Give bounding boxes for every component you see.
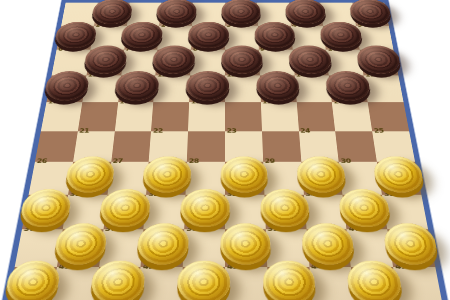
square-label-5: 5 [357, 23, 362, 27]
square-label-30: 30 [340, 158, 351, 164]
square-label-27: 27 [112, 158, 123, 164]
square-33[interactable]: 33 [225, 162, 264, 195]
square-label-13: 13 [227, 72, 236, 77]
light-square-r10c6 [225, 267, 269, 300]
scene: 1234567891011121314151617181920212223242… [0, 0, 450, 300]
square-label-36: 36 [23, 226, 35, 233]
dark-man-12[interactable] [152, 46, 195, 74]
square-8[interactable]: 8 [191, 25, 225, 49]
square-28[interactable]: 28 [187, 131, 225, 162]
square-16[interactable]: 16 [46, 75, 86, 102]
square-21[interactable]: 21 [78, 102, 118, 131]
square-label-7: 7 [125, 47, 130, 52]
square-46[interactable]: 46 [7, 267, 57, 300]
light-man-33[interactable] [221, 157, 269, 193]
dark-man-4[interactable] [285, 0, 327, 24]
square-label-11: 11 [88, 72, 98, 77]
square-36[interactable]: 36 [22, 194, 68, 229]
square-31[interactable]: 31 [68, 162, 111, 195]
square-29[interactable]: 29 [262, 131, 301, 162]
square-label-24: 24 [300, 128, 310, 134]
square-27[interactable]: 27 [111, 131, 151, 162]
light-square-r5c3 [115, 102, 154, 131]
square-label-43: 43 [227, 263, 238, 270]
light-square-r10c4 [138, 267, 183, 300]
square-label-3: 3 [226, 23, 230, 27]
square-6[interactable]: 6 [57, 25, 94, 49]
square-7[interactable]: 7 [124, 25, 160, 49]
light-square-r10c10 [393, 267, 443, 300]
square-13[interactable]: 13 [225, 50, 260, 76]
square-35[interactable]: 35 [377, 162, 421, 195]
square-32[interactable]: 32 [146, 162, 187, 195]
square-label-22: 22 [153, 128, 163, 134]
square-19[interactable]: 19 [260, 75, 297, 102]
square-label-41: 41 [58, 263, 70, 270]
square-1[interactable]: 1 [94, 3, 129, 26]
light-man-35[interactable] [372, 157, 425, 193]
square-label-21: 21 [79, 128, 90, 134]
square-label-4: 4 [292, 23, 297, 27]
square-label-19: 19 [262, 99, 272, 104]
square-9[interactable]: 9 [258, 25, 293, 49]
square-34[interactable]: 34 [301, 162, 343, 195]
light-square-r5c5 [188, 102, 225, 131]
square-label-20: 20 [333, 99, 343, 104]
light-square-r5c9 [332, 102, 372, 131]
square-label-8: 8 [193, 47, 198, 52]
light-man-48[interactable] [177, 260, 230, 300]
square-30[interactable]: 30 [335, 131, 377, 162]
dark-man-5[interactable] [348, 0, 392, 24]
square-18[interactable]: 18 [189, 75, 225, 102]
dark-man-9[interactable] [254, 22, 296, 48]
light-man-42[interactable] [136, 224, 189, 265]
square-26[interactable]: 26 [35, 131, 78, 162]
square-label-42: 42 [143, 263, 155, 270]
square-label-10: 10 [327, 47, 336, 52]
square-12[interactable]: 12 [156, 50, 192, 76]
square-label-28: 28 [189, 158, 199, 164]
square-label-29: 29 [265, 158, 275, 164]
square-label-9: 9 [260, 47, 265, 52]
dark-man-7[interactable] [120, 22, 163, 48]
square-45[interactable]: 45 [387, 229, 435, 266]
square-label-45: 45 [395, 263, 407, 270]
dark-man-8[interactable] [188, 22, 229, 48]
square-label-40: 40 [348, 226, 360, 233]
dark-man-3[interactable] [221, 0, 261, 24]
light-square-r5c1 [41, 102, 82, 131]
dark-man-15[interactable] [355, 46, 401, 74]
square-49[interactable]: 49 [267, 267, 312, 300]
square-4[interactable]: 4 [289, 3, 324, 26]
square-38[interactable]: 38 [184, 194, 225, 229]
square-label-44: 44 [311, 263, 323, 270]
dark-man-17[interactable] [114, 71, 160, 101]
square-label-38: 38 [186, 226, 197, 233]
light-square-r4c6 [225, 75, 261, 102]
square-label-17: 17 [119, 99, 129, 104]
square-24[interactable]: 24 [296, 102, 335, 131]
square-label-37: 37 [105, 226, 116, 233]
square-5[interactable]: 5 [352, 3, 388, 26]
dark-man-2[interactable] [156, 0, 197, 24]
square-label-2: 2 [161, 23, 166, 27]
square-23[interactable]: 23 [225, 102, 262, 131]
square-label-33: 33 [227, 191, 237, 197]
square-label-34: 34 [305, 191, 316, 197]
square-43[interactable]: 43 [225, 229, 267, 266]
square-17[interactable]: 17 [118, 75, 156, 102]
dark-man-18[interactable] [185, 71, 228, 101]
square-39[interactable]: 39 [264, 194, 306, 229]
square-47[interactable]: 47 [94, 267, 141, 300]
square-label-14: 14 [296, 72, 306, 77]
square-15[interactable]: 15 [360, 50, 399, 76]
square-label-25: 25 [373, 128, 384, 134]
light-man-47[interactable] [90, 260, 146, 300]
square-label-12: 12 [157, 72, 166, 77]
light-square-r5c7 [261, 102, 299, 131]
square-label-35: 35 [383, 191, 394, 197]
square-40[interactable]: 40 [343, 194, 388, 229]
square-label-31: 31 [69, 191, 80, 197]
square-25[interactable]: 25 [368, 102, 409, 131]
draughts-board: 1234567891011121314151617181920212223242… [0, 0, 450, 300]
square-37[interactable]: 37 [103, 194, 146, 229]
light-man-32[interactable] [142, 157, 191, 193]
square-label-18: 18 [191, 99, 201, 104]
square-10[interactable]: 10 [323, 25, 359, 49]
square-22[interactable]: 22 [151, 102, 189, 131]
square-label-16: 16 [48, 99, 58, 104]
light-square-r4c10 [364, 75, 404, 102]
square-42[interactable]: 42 [141, 229, 184, 266]
square-2[interactable]: 2 [159, 3, 193, 26]
dark-man-13[interactable] [221, 46, 263, 74]
square-label-23: 23 [227, 128, 237, 134]
square-label-6: 6 [58, 47, 63, 52]
square-label-39: 39 [267, 226, 278, 233]
square-3[interactable]: 3 [225, 3, 258, 26]
square-48[interactable]: 48 [181, 267, 225, 300]
square-14[interactable]: 14 [292, 50, 329, 76]
square-label-32: 32 [148, 191, 159, 197]
light-square-r4c4 [154, 75, 191, 102]
square-label-26: 26 [36, 158, 47, 164]
square-44[interactable]: 44 [306, 229, 351, 266]
square-20[interactable]: 20 [329, 75, 368, 102]
light-man-38[interactable] [180, 189, 229, 227]
square-label-1: 1 [95, 23, 100, 27]
square-label-15: 15 [365, 72, 375, 77]
light-man-43[interactable] [220, 224, 271, 265]
square-50[interactable]: 50 [351, 267, 399, 300]
square-41[interactable]: 41 [57, 229, 103, 266]
square-11[interactable]: 11 [86, 50, 124, 76]
